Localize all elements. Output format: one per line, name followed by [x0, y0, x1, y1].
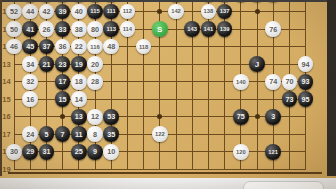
stone-move-35[interactable]: 35 [103, 126, 119, 142]
stone-move-30[interactable]: 30 [6, 144, 22, 160]
stone-move-9[interactable]: 9 [87, 144, 103, 160]
stone-move-53[interactable]: 53 [103, 109, 119, 125]
stone-move-14[interactable]: 14 [71, 91, 87, 107]
stone-move-19[interactable]: 19 [71, 56, 87, 72]
grid-hline [14, 151, 307, 152]
grid-vline [143, 0, 144, 170]
stone-move-122[interactable]: 122 [152, 126, 168, 142]
stone-move-137[interactable]: 137 [217, 4, 233, 20]
stone-move-23[interactable]: 23 [55, 56, 71, 72]
stone-move-7[interactable]: 7 [55, 126, 71, 142]
stone-move-37[interactable]: 37 [39, 39, 55, 55]
stone-move-20[interactable]: 20 [87, 56, 103, 72]
stone-move-10[interactable]: 10 [103, 144, 119, 160]
stone-move-50[interactable]: 50 [6, 21, 22, 37]
stone-move-80[interactable]: 80 [87, 21, 103, 37]
stone-move-25[interactable]: 25 [71, 144, 87, 160]
row-label: 14 [0, 77, 13, 86]
hoshi-dot [255, 114, 260, 119]
stone-move-41[interactable]: 41 [22, 21, 38, 37]
stone-move-114[interactable]: 114 [120, 21, 136, 37]
stone-move-16[interactable]: 16 [22, 91, 38, 107]
stone-move-39[interactable]: 39 [55, 4, 71, 20]
stone-move-32[interactable]: 32 [22, 74, 38, 90]
row-label: 17 [0, 130, 13, 139]
stone-move-76[interactable]: 76 [265, 21, 281, 37]
stone-move-142[interactable]: 142 [168, 4, 184, 20]
stone-move-3[interactable]: 3 [265, 109, 281, 125]
stone-move-17[interactable]: 17 [55, 74, 71, 90]
stone-move-74[interactable]: 74 [265, 74, 281, 90]
stone-move-44[interactable]: 44 [22, 4, 38, 20]
bottom-bar-button[interactable] [243, 181, 324, 189]
stone-move-48[interactable]: 48 [103, 39, 119, 55]
stone-move-12[interactable]: 12 [87, 109, 103, 125]
stone-move-95[interactable]: 95 [298, 91, 314, 107]
stone-move-138[interactable]: 138 [201, 4, 217, 20]
stone-move-70[interactable]: 70 [282, 74, 298, 90]
board-bottom-border [8, 172, 322, 174]
grid-hline [14, 169, 307, 170]
stone-move-139[interactable]: 139 [217, 21, 233, 37]
stone-move-8[interactable]: 8 [87, 126, 103, 142]
hoshi-dot [157, 114, 162, 119]
stone-move-115[interactable]: 115 [87, 4, 103, 20]
stone-move-94[interactable]: 94 [298, 56, 314, 72]
stone-move-143[interactable]: 143 [184, 21, 200, 37]
stone-move-118[interactable]: 118 [136, 39, 152, 55]
stone-move-26[interactable]: 26 [39, 21, 55, 37]
hoshi-dot [157, 9, 162, 14]
stone-move-11[interactable]: 11 [71, 126, 87, 142]
stone-move-34[interactable]: 34 [22, 56, 38, 72]
row-label: 13 [0, 60, 13, 69]
stone-move-33[interactable]: 33 [55, 21, 71, 37]
stone-move-73[interactable]: 73 [282, 91, 298, 107]
stone-move-46[interactable]: 46 [6, 39, 22, 55]
stone-move-13[interactable]: 13 [71, 109, 87, 125]
stone-move-36[interactable]: 36 [55, 39, 71, 55]
stone-move-38[interactable]: 38 [71, 21, 87, 37]
stone-move-45[interactable]: 45 [22, 39, 38, 55]
stone-move-75[interactable]: 75 [233, 109, 249, 125]
row-label: 15 [0, 95, 13, 104]
stone-move-113[interactable]: 113 [103, 21, 119, 37]
screen-top-edge [0, 0, 336, 2]
stone-move-5[interactable]: 5 [39, 126, 55, 142]
stone-move-21[interactable]: 21 [39, 56, 55, 72]
grid-vline [257, 0, 258, 170]
stone-move-40[interactable]: 40 [71, 4, 87, 20]
stone-move-112[interactable]: 112 [120, 4, 136, 20]
stone-move-111[interactable]: 111 [103, 4, 119, 20]
stone-move-28[interactable]: 28 [87, 74, 103, 90]
stone-move-121[interactable]: 121 [265, 144, 281, 160]
go-app-screenshot: 1011121314151617181951494347105107144130… [0, 0, 336, 189]
stone-move-22[interactable]: 22 [71, 39, 87, 55]
stone-move-52[interactable]: 52 [6, 4, 22, 20]
stone-move-116[interactable]: 116 [87, 39, 103, 55]
screen-right-edge [327, 0, 336, 176]
stone-move-18[interactable]: 18 [71, 74, 87, 90]
stone-move-31[interactable]: 31 [39, 144, 55, 160]
stone-move-93[interactable]: 93 [298, 74, 314, 90]
stone-move-141[interactable]: 141 [201, 21, 217, 37]
marker-j[interactable]: J [249, 56, 265, 72]
stone-move-140[interactable]: 140 [233, 74, 249, 90]
marker-s[interactable]: S [152, 21, 168, 37]
row-label: 16 [0, 112, 13, 121]
go-board[interactable]: 1011121314151617181951494347105107144130… [0, 0, 336, 178]
hoshi-dot [60, 114, 65, 119]
screen-left-edge [0, 0, 2, 176]
stone-move-120[interactable]: 120 [233, 144, 249, 160]
stone-move-15[interactable]: 15 [55, 91, 71, 107]
hoshi-dot [255, 9, 260, 14]
grid-vline [176, 0, 177, 170]
stone-move-24[interactable]: 24 [22, 126, 38, 142]
stone-move-29[interactable]: 29 [22, 144, 38, 160]
stone-move-42[interactable]: 42 [39, 4, 55, 20]
